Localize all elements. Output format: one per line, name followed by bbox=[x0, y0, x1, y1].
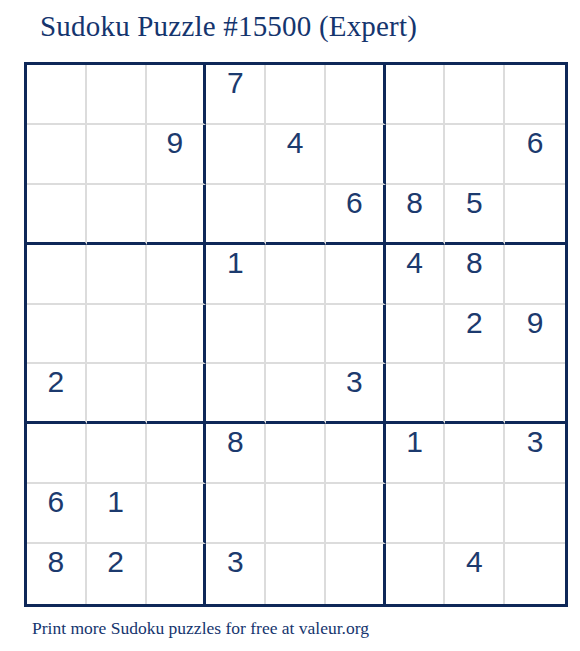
cell-r6c6: 3 bbox=[326, 364, 386, 424]
cell-r1c2 bbox=[87, 65, 147, 125]
cell-r3c2 bbox=[87, 185, 147, 245]
cell-r2c3: 9 bbox=[147, 125, 207, 185]
cell-r4c3 bbox=[147, 245, 207, 305]
cell-r7c4: 8 bbox=[206, 424, 266, 484]
cell-r4c8: 8 bbox=[445, 245, 505, 305]
cell-r6c2 bbox=[87, 364, 147, 424]
cell-r4c9 bbox=[505, 245, 565, 305]
given-digit: 8 bbox=[48, 547, 65, 577]
given-digit: 3 bbox=[346, 367, 363, 397]
cell-r2c9: 6 bbox=[505, 125, 565, 185]
cell-r8c9 bbox=[505, 484, 565, 544]
cell-r8c6 bbox=[326, 484, 386, 544]
given-digit: 6 bbox=[527, 128, 544, 158]
given-digit: 8 bbox=[466, 248, 483, 278]
given-digit: 8 bbox=[406, 188, 423, 218]
cell-r2c6 bbox=[326, 125, 386, 185]
sudoku-grid: 79466851482923813618234 bbox=[24, 62, 568, 607]
cell-r3c4 bbox=[206, 185, 266, 245]
cell-r5c3 bbox=[147, 305, 207, 365]
cell-r1c4: 7 bbox=[206, 65, 266, 125]
given-digit: 3 bbox=[227, 547, 244, 577]
cell-r8c1: 6 bbox=[27, 484, 87, 544]
given-digit: 8 bbox=[227, 427, 244, 457]
given-digit: 3 bbox=[527, 427, 544, 457]
cell-r7c8 bbox=[445, 424, 505, 484]
given-digit: 4 bbox=[287, 128, 304, 158]
cell-r1c6 bbox=[326, 65, 386, 125]
given-digit: 1 bbox=[107, 487, 124, 517]
given-digit: 4 bbox=[406, 248, 423, 278]
cell-r8c5 bbox=[266, 484, 326, 544]
given-digit: 7 bbox=[227, 68, 244, 98]
cell-r6c9 bbox=[505, 364, 565, 424]
footer-text: Print more Sudoku puzzles for free at va… bbox=[32, 618, 369, 639]
given-digit: 6 bbox=[48, 487, 65, 517]
cell-r9c3 bbox=[147, 544, 207, 604]
cell-r3c7: 8 bbox=[386, 185, 446, 245]
cell-r7c7: 1 bbox=[386, 424, 446, 484]
cell-r5c4 bbox=[206, 305, 266, 365]
cell-r3c8: 5 bbox=[445, 185, 505, 245]
cell-r3c6: 6 bbox=[326, 185, 386, 245]
given-digit: 2 bbox=[107, 547, 124, 577]
cell-r6c8 bbox=[445, 364, 505, 424]
cell-r1c8 bbox=[445, 65, 505, 125]
cell-r6c7 bbox=[386, 364, 446, 424]
cell-r8c8 bbox=[445, 484, 505, 544]
cell-r7c1 bbox=[27, 424, 87, 484]
given-digit: 2 bbox=[466, 308, 483, 338]
cell-r2c1 bbox=[27, 125, 87, 185]
cell-r1c3 bbox=[147, 65, 207, 125]
cell-r2c5: 4 bbox=[266, 125, 326, 185]
given-digit: 6 bbox=[346, 188, 363, 218]
cell-r1c7 bbox=[386, 65, 446, 125]
cell-r2c4 bbox=[206, 125, 266, 185]
cell-r7c2 bbox=[87, 424, 147, 484]
page-title: Sudoku Puzzle #15500 (Expert) bbox=[40, 10, 417, 43]
cell-r7c6 bbox=[326, 424, 386, 484]
cell-r4c2 bbox=[87, 245, 147, 305]
cell-r5c9: 9 bbox=[505, 305, 565, 365]
cell-r9c1: 8 bbox=[27, 544, 87, 604]
cell-r7c3 bbox=[147, 424, 207, 484]
cell-r2c8 bbox=[445, 125, 505, 185]
cell-r8c2: 1 bbox=[87, 484, 147, 544]
cell-r4c5 bbox=[266, 245, 326, 305]
cell-r7c5 bbox=[266, 424, 326, 484]
cell-r2c7 bbox=[386, 125, 446, 185]
cell-r6c1: 2 bbox=[27, 364, 87, 424]
cell-r3c3 bbox=[147, 185, 207, 245]
cell-r9c5 bbox=[266, 544, 326, 604]
cell-r1c1 bbox=[27, 65, 87, 125]
cell-r4c4: 1 bbox=[206, 245, 266, 305]
cell-r3c5 bbox=[266, 185, 326, 245]
cell-r5c7 bbox=[386, 305, 446, 365]
cell-r6c4 bbox=[206, 364, 266, 424]
cell-r6c3 bbox=[147, 364, 207, 424]
given-digit: 4 bbox=[466, 547, 483, 577]
cell-r3c9 bbox=[505, 185, 565, 245]
cell-r9c8: 4 bbox=[445, 544, 505, 604]
cell-r9c4: 3 bbox=[206, 544, 266, 604]
cell-r5c1 bbox=[27, 305, 87, 365]
cell-r1c9 bbox=[505, 65, 565, 125]
cell-r5c5 bbox=[266, 305, 326, 365]
cell-r9c2: 2 bbox=[87, 544, 147, 604]
cell-r4c1 bbox=[27, 245, 87, 305]
cell-r3c1 bbox=[27, 185, 87, 245]
cell-r1c5 bbox=[266, 65, 326, 125]
cell-r7c9: 3 bbox=[505, 424, 565, 484]
given-digit: 9 bbox=[527, 308, 544, 338]
cell-r4c7: 4 bbox=[386, 245, 446, 305]
cell-r8c3 bbox=[147, 484, 207, 544]
given-digit: 9 bbox=[167, 128, 184, 158]
cell-r9c7 bbox=[386, 544, 446, 604]
cell-r8c7 bbox=[386, 484, 446, 544]
cell-r8c4 bbox=[206, 484, 266, 544]
given-digit: 5 bbox=[466, 188, 483, 218]
cell-r4c6 bbox=[326, 245, 386, 305]
given-digit: 1 bbox=[406, 427, 423, 457]
given-digit: 2 bbox=[48, 367, 65, 397]
cell-r9c6 bbox=[326, 544, 386, 604]
cell-r5c2 bbox=[87, 305, 147, 365]
cell-r9c9 bbox=[505, 544, 565, 604]
cell-r5c6 bbox=[326, 305, 386, 365]
cell-r5c8: 2 bbox=[445, 305, 505, 365]
cell-r6c5 bbox=[266, 364, 326, 424]
given-digit: 1 bbox=[227, 248, 244, 278]
cell-r2c2 bbox=[87, 125, 147, 185]
